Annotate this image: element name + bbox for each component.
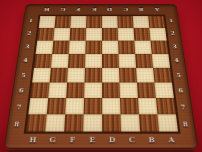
- rank-label-right-5: 5: [170, 68, 187, 83]
- square-d7[interactable]: [102, 98, 120, 114]
- square-a5[interactable]: [153, 68, 172, 83]
- coordinate-rail-bottom: H G F E D C B A: [22, 132, 182, 148]
- square-f4[interactable]: [68, 54, 85, 68]
- square-f3[interactable]: [69, 41, 86, 54]
- file-label-bottom-g: G: [42, 132, 63, 148]
- square-d4[interactable]: [102, 54, 119, 68]
- coordinate-rail-right: 1 2 3 4 5 6 7 8: [163, 15, 195, 134]
- square-e2[interactable]: [86, 28, 102, 41]
- square-b7[interactable]: [138, 98, 157, 114]
- file-label-top-h: H: [39, 4, 56, 14]
- square-h6[interactable]: [30, 83, 49, 98]
- square-a7[interactable]: [156, 98, 176, 114]
- square-h2[interactable]: [37, 28, 54, 41]
- coordinate-rail-left: 1 2 3 4 5 6 7 8: [7, 15, 39, 134]
- square-g5[interactable]: [50, 68, 68, 83]
- square-d8[interactable]: [102, 114, 121, 131]
- square-c1[interactable]: [117, 16, 133, 28]
- square-h1[interactable]: [39, 16, 56, 28]
- square-b2[interactable]: [134, 28, 151, 41]
- square-h8[interactable]: [26, 114, 47, 131]
- square-e4[interactable]: [85, 54, 102, 68]
- square-h3[interactable]: [36, 41, 54, 54]
- board-grid: [24, 15, 181, 134]
- square-a4[interactable]: [152, 54, 170, 68]
- file-label-bottom-h: H: [22, 132, 44, 148]
- file-label-top-b: B: [133, 4, 150, 14]
- square-h4[interactable]: [34, 54, 52, 68]
- square-e6[interactable]: [84, 83, 102, 98]
- photo-red-cloth-background: H G F E D C B A H G F E D C B A 1: [0, 0, 202, 152]
- square-b8[interactable]: [139, 114, 159, 131]
- square-c8[interactable]: [121, 114, 141, 131]
- board-frame: H G F E D C B A H G F E D C B A 1: [3, 4, 198, 149]
- square-a8[interactable]: [157, 114, 178, 131]
- file-label-top-c: C: [117, 4, 133, 14]
- square-e7[interactable]: [84, 98, 102, 114]
- file-label-bottom-b: B: [141, 132, 162, 148]
- square-e3[interactable]: [85, 41, 102, 54]
- coordinate-rail-top: H G F E D C B A: [39, 4, 166, 14]
- square-c5[interactable]: [119, 68, 137, 83]
- square-h7[interactable]: [28, 98, 48, 114]
- square-g6[interactable]: [48, 83, 67, 98]
- square-f1[interactable]: [70, 16, 86, 28]
- square-f6[interactable]: [66, 83, 84, 98]
- square-a3[interactable]: [151, 41, 169, 54]
- square-g3[interactable]: [52, 41, 69, 54]
- file-label-top-f: F: [70, 4, 86, 14]
- square-c7[interactable]: [120, 98, 139, 114]
- square-g2[interactable]: [53, 28, 70, 41]
- chessboard: H G F E D C B A H G F E D C B A 1: [3, 4, 198, 149]
- rank-label-left-7: 7: [10, 99, 28, 116]
- square-f2[interactable]: [70, 28, 87, 41]
- file-label-top-a: A: [148, 4, 165, 14]
- rank-label-right-6: 6: [172, 83, 190, 99]
- file-label-top-d: D: [102, 4, 118, 14]
- square-a2[interactable]: [149, 28, 166, 41]
- square-b3[interactable]: [134, 41, 151, 54]
- file-label-bottom-a: A: [161, 132, 183, 148]
- square-e1[interactable]: [86, 16, 102, 28]
- square-g7[interactable]: [47, 98, 66, 114]
- square-c4[interactable]: [119, 54, 136, 68]
- square-b5[interactable]: [136, 68, 154, 83]
- square-c3[interactable]: [118, 41, 135, 54]
- square-c6[interactable]: [120, 83, 138, 98]
- rank-label-left-5: 5: [15, 68, 32, 83]
- square-b6[interactable]: [137, 83, 156, 98]
- file-label-bottom-c: C: [122, 132, 143, 148]
- square-d5[interactable]: [102, 68, 120, 83]
- square-h5[interactable]: [32, 68, 51, 83]
- square-f5[interactable]: [67, 68, 85, 83]
- file-label-bottom-f: F: [62, 132, 83, 148]
- file-label-top-e: E: [86, 4, 102, 14]
- square-d3[interactable]: [102, 41, 119, 54]
- square-g1[interactable]: [55, 16, 72, 28]
- square-e8[interactable]: [83, 114, 102, 131]
- square-c2[interactable]: [118, 28, 135, 41]
- square-b1[interactable]: [133, 16, 150, 28]
- square-g4[interactable]: [51, 54, 69, 68]
- square-e5[interactable]: [85, 68, 102, 83]
- square-a6[interactable]: [154, 83, 173, 98]
- square-a1[interactable]: [148, 16, 165, 28]
- rank-label-right-7: 7: [174, 99, 192, 116]
- rank-label-left-8: 8: [7, 116, 26, 134]
- rank-label-left-6: 6: [12, 83, 30, 99]
- square-g8[interactable]: [45, 114, 65, 131]
- square-f7[interactable]: [65, 98, 84, 114]
- square-d1[interactable]: [102, 16, 118, 28]
- square-d6[interactable]: [102, 83, 120, 98]
- file-label-top-g: G: [54, 4, 70, 14]
- square-f8[interactable]: [64, 114, 83, 131]
- square-b4[interactable]: [135, 54, 153, 68]
- file-label-bottom-d: D: [102, 132, 122, 148]
- file-label-bottom-e: E: [82, 132, 102, 148]
- square-d2[interactable]: [102, 28, 118, 41]
- rank-label-right-8: 8: [176, 116, 195, 134]
